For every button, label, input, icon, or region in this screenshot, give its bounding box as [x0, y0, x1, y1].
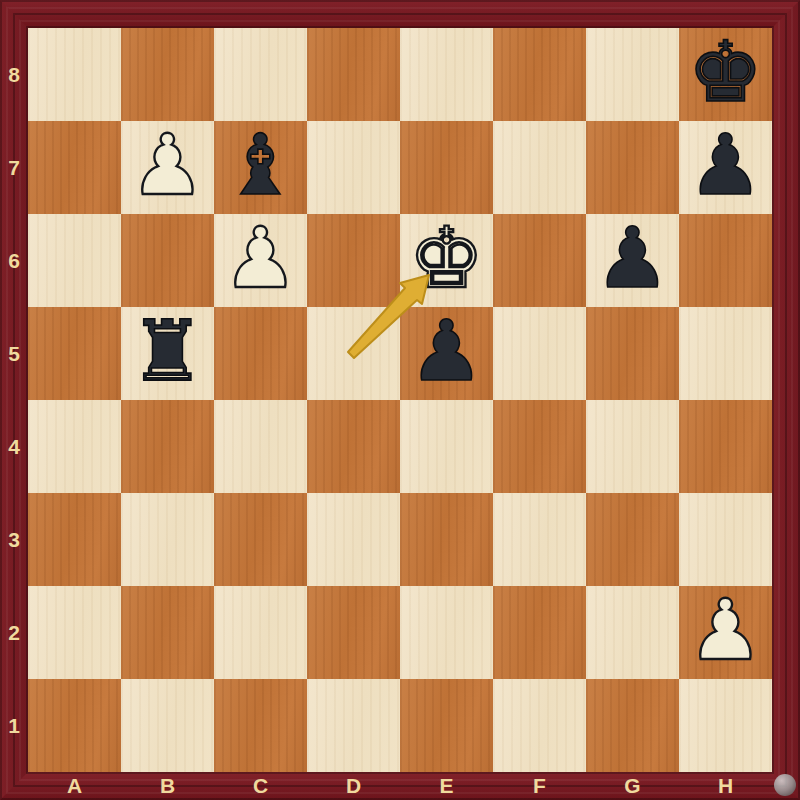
square-g2[interactable] [586, 586, 679, 679]
square-f3[interactable] [493, 493, 586, 586]
square-e4[interactable] [400, 400, 493, 493]
square-g7[interactable] [586, 121, 679, 214]
square-f4[interactable] [493, 400, 586, 493]
white-king-e6[interactable]: ♚ [409, 216, 484, 300]
square-c5[interactable] [214, 307, 307, 400]
white-pawn-c6[interactable]: ♟ [223, 216, 298, 300]
square-h7[interactable]: ♟ [679, 121, 772, 214]
square-f2[interactable] [493, 586, 586, 679]
square-b1[interactable] [121, 679, 214, 772]
chess-diagram: ♚♟♝♟♟♚♟♜♟♟ 87654321ABCDEFGH [0, 0, 800, 800]
square-c1[interactable] [214, 679, 307, 772]
square-f5[interactable] [493, 307, 586, 400]
square-c2[interactable] [214, 586, 307, 679]
square-a1[interactable] [28, 679, 121, 772]
rank-label-3: 3 [0, 493, 28, 586]
rank-label-6: 6 [0, 214, 28, 307]
square-d6[interactable] [307, 214, 400, 307]
square-g6[interactable]: ♟ [586, 214, 679, 307]
square-c8[interactable] [214, 28, 307, 121]
file-label-F: F [493, 771, 586, 800]
square-d5[interactable] [307, 307, 400, 400]
square-b3[interactable] [121, 493, 214, 586]
rank-label-1: 1 [0, 679, 28, 772]
square-b4[interactable] [121, 400, 214, 493]
square-a2[interactable] [28, 586, 121, 679]
white-pawn-h2[interactable]: ♟ [688, 588, 763, 672]
square-g5[interactable] [586, 307, 679, 400]
square-a8[interactable] [28, 28, 121, 121]
square-h8[interactable]: ♚ [679, 28, 772, 121]
square-d1[interactable] [307, 679, 400, 772]
square-h6[interactable] [679, 214, 772, 307]
square-h2[interactable]: ♟ [679, 586, 772, 679]
square-c4[interactable] [214, 400, 307, 493]
square-e1[interactable] [400, 679, 493, 772]
square-d3[interactable] [307, 493, 400, 586]
square-a4[interactable] [28, 400, 121, 493]
rank-label-7: 7 [0, 121, 28, 214]
board-border-top [0, 0, 800, 28]
black-pawn-h7[interactable]: ♟ [688, 123, 763, 207]
file-label-A: A [28, 771, 121, 800]
square-e8[interactable] [400, 28, 493, 121]
square-e6[interactable]: ♚ [400, 214, 493, 307]
square-c6[interactable]: ♟ [214, 214, 307, 307]
square-d2[interactable] [307, 586, 400, 679]
black-bishop-c7[interactable]: ♝ [223, 123, 298, 207]
square-b8[interactable] [121, 28, 214, 121]
square-d4[interactable] [307, 400, 400, 493]
rank-label-4: 4 [0, 400, 28, 493]
watermark-sphere-icon [774, 774, 796, 796]
file-label-E: E [400, 771, 493, 800]
square-b5[interactable]: ♜ [121, 307, 214, 400]
square-d8[interactable] [307, 28, 400, 121]
square-d7[interactable] [307, 121, 400, 214]
square-e5[interactable]: ♟ [400, 307, 493, 400]
file-label-C: C [214, 771, 307, 800]
black-rook-b5[interactable]: ♜ [130, 309, 205, 393]
square-h5[interactable] [679, 307, 772, 400]
chess-board: ♚♟♝♟♟♚♟♜♟♟ [28, 28, 772, 772]
square-a7[interactable] [28, 121, 121, 214]
square-g8[interactable] [586, 28, 679, 121]
file-label-B: B [121, 771, 214, 800]
square-e2[interactable] [400, 586, 493, 679]
rank-label-5: 5 [0, 307, 28, 400]
square-g4[interactable] [586, 400, 679, 493]
square-h3[interactable] [679, 493, 772, 586]
square-h1[interactable] [679, 679, 772, 772]
square-c7[interactable]: ♝ [214, 121, 307, 214]
square-f7[interactable] [493, 121, 586, 214]
square-a5[interactable] [28, 307, 121, 400]
square-e7[interactable] [400, 121, 493, 214]
square-g3[interactable] [586, 493, 679, 586]
square-e3[interactable] [400, 493, 493, 586]
file-label-G: G [586, 771, 679, 800]
square-f6[interactable] [493, 214, 586, 307]
rank-label-8: 8 [0, 28, 28, 121]
square-a3[interactable] [28, 493, 121, 586]
square-b2[interactable] [121, 586, 214, 679]
black-king-h8[interactable]: ♚ [688, 30, 763, 114]
file-label-D: D [307, 771, 400, 800]
file-label-H: H [679, 771, 772, 800]
square-b6[interactable] [121, 214, 214, 307]
square-a6[interactable] [28, 214, 121, 307]
black-pawn-g6[interactable]: ♟ [595, 216, 670, 300]
square-f8[interactable] [493, 28, 586, 121]
white-pawn-b7[interactable]: ♟ [130, 123, 205, 207]
square-b7[interactable]: ♟ [121, 121, 214, 214]
square-g1[interactable] [586, 679, 679, 772]
board-border-right [772, 0, 800, 800]
rank-label-2: 2 [0, 586, 28, 679]
square-h4[interactable] [679, 400, 772, 493]
square-f1[interactable] [493, 679, 586, 772]
black-pawn-e5[interactable]: ♟ [409, 309, 484, 393]
square-c3[interactable] [214, 493, 307, 586]
